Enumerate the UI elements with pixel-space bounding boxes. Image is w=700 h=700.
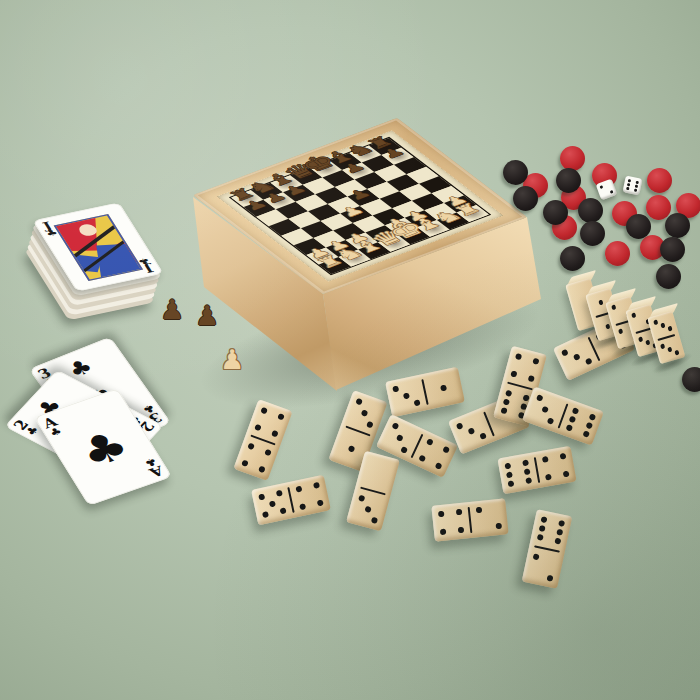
card-index: A♣	[142, 455, 166, 479]
pip	[258, 493, 265, 500]
pip	[605, 324, 611, 330]
domino-6-2[interactable]	[522, 509, 573, 589]
domino-3-6[interactable]	[522, 386, 604, 445]
pip	[660, 344, 666, 350]
pip	[247, 442, 255, 450]
pip	[533, 357, 540, 364]
pip	[555, 538, 562, 545]
pip	[599, 184, 603, 188]
domino-6-4[interactable]	[497, 446, 576, 494]
club-pip-icon: ♣	[72, 424, 136, 474]
pip	[634, 184, 638, 188]
pip	[586, 422, 594, 430]
checker-red[interactable]	[605, 241, 630, 266]
pip	[504, 462, 511, 469]
pip	[653, 320, 659, 326]
pip	[585, 358, 593, 366]
pip	[536, 394, 544, 402]
pip	[258, 466, 266, 474]
pip	[299, 503, 306, 510]
pip	[317, 500, 324, 507]
checker-red[interactable]	[560, 146, 585, 171]
checker-black[interactable]	[513, 186, 538, 211]
checker-black[interactable]	[503, 160, 528, 185]
pip	[674, 350, 680, 356]
pip	[667, 326, 673, 332]
card-index: A♣	[40, 415, 64, 439]
pip	[358, 494, 365, 501]
pip	[440, 384, 447, 391]
pip	[276, 489, 283, 496]
pip	[558, 520, 565, 527]
checker-black[interactable]	[656, 264, 681, 289]
pip	[660, 323, 666, 329]
pip	[609, 189, 613, 193]
pip	[400, 446, 408, 454]
pip	[260, 406, 268, 414]
pip	[515, 352, 522, 359]
pip	[438, 510, 445, 517]
pip	[542, 456, 549, 463]
pip	[667, 347, 673, 353]
pip	[557, 529, 564, 536]
pip	[618, 329, 624, 335]
pip	[611, 305, 617, 311]
pip	[532, 553, 539, 560]
pip	[348, 445, 356, 453]
checker-black[interactable]	[560, 246, 585, 271]
pip	[241, 460, 249, 468]
pip	[366, 421, 374, 429]
pip	[443, 446, 451, 454]
pip	[573, 353, 581, 361]
white-pawn-offboard[interactable]: ♟	[220, 346, 244, 373]
pip	[254, 424, 262, 432]
pip	[536, 534, 543, 541]
pip	[633, 188, 637, 192]
pip	[541, 406, 549, 414]
pip	[476, 506, 483, 513]
c-blue1	[96, 243, 143, 279]
checker-black[interactable]	[626, 214, 651, 239]
checker-red[interactable]	[646, 195, 671, 220]
die-showing-6[interactable]	[622, 175, 642, 195]
pip	[545, 474, 552, 481]
pip	[500, 407, 507, 414]
pip	[467, 427, 475, 435]
pip	[361, 409, 369, 417]
pip	[568, 416, 576, 424]
domino-5-4[interactable]	[251, 475, 331, 526]
pip	[262, 511, 269, 518]
pip	[635, 180, 639, 184]
pip	[391, 422, 399, 430]
pip	[456, 508, 463, 515]
pip	[435, 462, 443, 470]
pip	[560, 349, 568, 357]
pip	[638, 337, 644, 343]
checker-black[interactable]	[578, 198, 603, 223]
pip	[505, 389, 512, 396]
pip	[510, 370, 517, 377]
pip	[403, 392, 410, 399]
pip	[583, 431, 591, 439]
pip	[280, 508, 287, 515]
pip	[507, 481, 514, 488]
checker-black[interactable]	[543, 200, 568, 225]
checker-black[interactable]	[556, 168, 581, 193]
pip	[506, 471, 513, 478]
pip	[589, 413, 597, 421]
pip	[525, 477, 532, 484]
pip	[547, 575, 554, 582]
pip	[426, 438, 434, 446]
club-suit-icon: ♣	[48, 426, 64, 438]
pip	[496, 523, 503, 530]
pip	[313, 481, 320, 488]
pip	[645, 340, 651, 346]
checker-black[interactable]	[580, 221, 605, 246]
club-suit-icon: ♣	[141, 402, 157, 414]
checker-black[interactable]	[665, 213, 690, 238]
pip	[540, 516, 547, 523]
pip	[528, 375, 535, 382]
pip	[295, 485, 302, 492]
pip	[414, 400, 421, 407]
pip	[547, 418, 555, 426]
checker-black[interactable]	[660, 237, 685, 262]
pip	[455, 422, 463, 430]
domino-4-2[interactable]	[431, 498, 508, 542]
pip	[572, 407, 580, 415]
pip	[418, 455, 426, 463]
club-suit-icon: ♣	[142, 456, 158, 468]
jack-court-art	[54, 214, 143, 281]
pip	[560, 452, 567, 459]
checker-red[interactable]	[647, 168, 672, 193]
pip	[524, 468, 531, 475]
pip	[631, 313, 637, 319]
pip	[364, 506, 371, 513]
pip	[458, 527, 465, 534]
pip	[396, 434, 404, 442]
pip	[563, 471, 570, 478]
pip	[538, 525, 545, 532]
pip	[271, 430, 279, 438]
black-pawn-offboard[interactable]: ♟	[195, 302, 219, 329]
pip	[265, 449, 273, 457]
pip	[371, 517, 378, 524]
pip	[627, 178, 631, 182]
pip	[522, 459, 529, 466]
pip	[278, 413, 286, 421]
pip	[479, 432, 487, 440]
pip	[355, 397, 363, 405]
checker-black[interactable]	[682, 367, 700, 392]
tabletop-scene: ♜♞♝♛♚♝♞♜♟♟♟♟♟♟♟♟♟♟♟♟♟♜♞♝♛♚♝♞♜ ♟♟♟J♣J♣3♣3…	[0, 0, 700, 700]
pip	[565, 424, 573, 432]
pip	[269, 500, 276, 507]
pip	[626, 182, 630, 186]
pip	[598, 300, 604, 306]
pip	[625, 186, 629, 190]
pip	[439, 529, 446, 536]
pip	[502, 398, 509, 405]
black-pawn-offboard[interactable]: ♟	[160, 296, 184, 323]
pip	[392, 385, 399, 392]
